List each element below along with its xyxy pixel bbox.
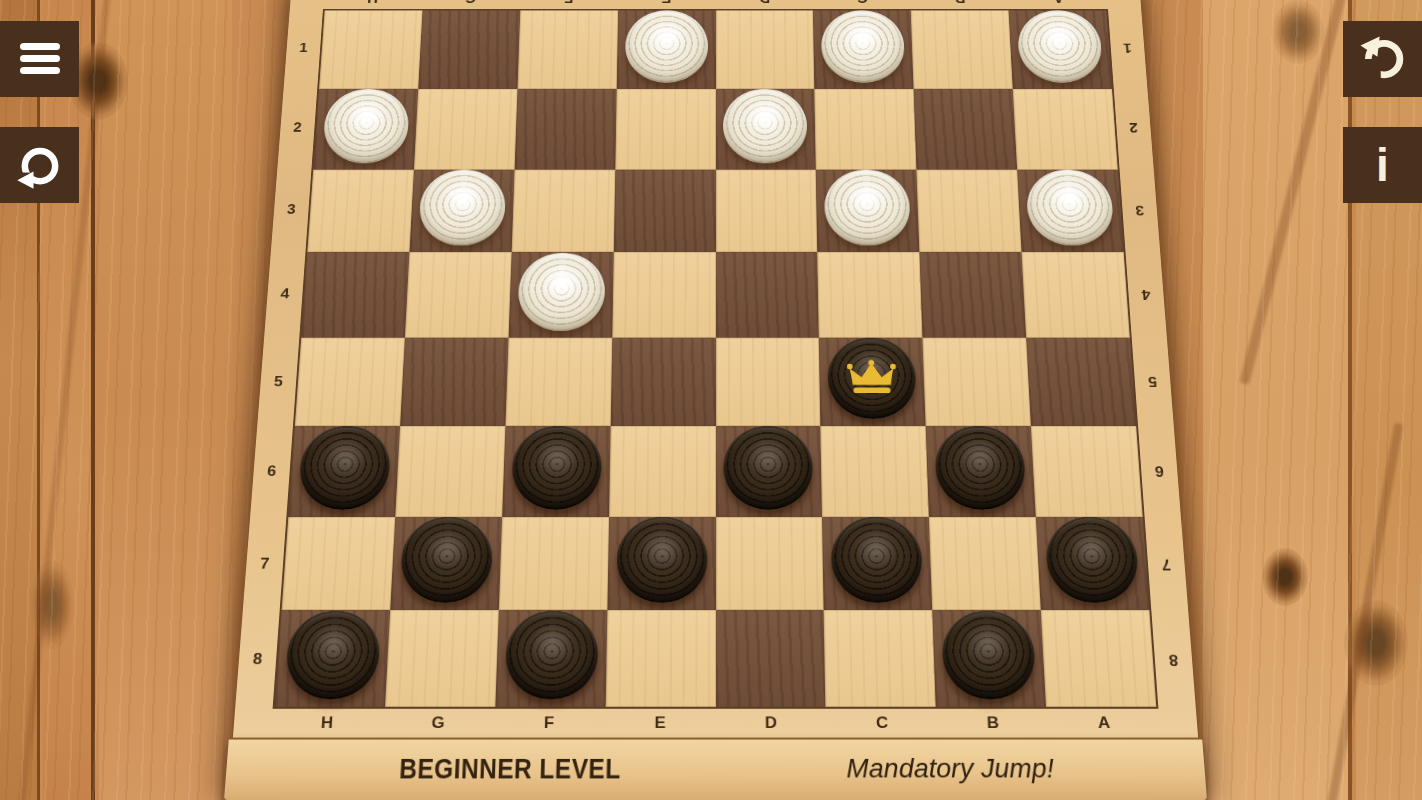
square-A8	[1041, 610, 1156, 707]
white-piece-C1[interactable]	[821, 11, 906, 83]
square-B3	[917, 169, 1022, 252]
square-A6	[1031, 426, 1143, 517]
square-H3	[307, 169, 414, 252]
square-H8[interactable]	[275, 610, 390, 707]
col-label-top-D: D	[716, 0, 814, 9]
row-label-right-5: 5	[1132, 338, 1174, 427]
white-piece-F4[interactable]	[517, 253, 605, 332]
square-E5[interactable]	[610, 338, 715, 426]
info-icon: i	[1376, 142, 1389, 188]
col-label-top-A: A	[1009, 0, 1108, 9]
square-C8	[824, 610, 936, 707]
square-E2	[615, 89, 716, 170]
board-frame: HGFEDCBA HGFEDCBA 12345678 12345678 BEGI…	[228, 0, 1203, 800]
black-piece-C7[interactable]	[831, 517, 924, 603]
square-B2[interactable]	[914, 89, 1017, 170]
square-F1	[517, 10, 618, 88]
square-F5	[505, 338, 612, 426]
row-label-right-7: 7	[1145, 517, 1189, 611]
checkers-board: HGFEDCBA HGFEDCBA 12345678 12345678 BEGI…	[228, 0, 1203, 800]
square-G1[interactable]	[418, 10, 520, 88]
col-label-bottom-D: D	[716, 709, 827, 738]
black-piece-B6[interactable]	[934, 426, 1027, 509]
square-B6[interactable]	[926, 426, 1036, 517]
square-C5[interactable]	[819, 338, 926, 426]
square-F3	[511, 169, 615, 252]
square-D3	[716, 169, 818, 252]
square-E8	[605, 610, 715, 707]
info-button[interactable]: i	[1343, 127, 1422, 203]
square-F4[interactable]	[508, 252, 613, 337]
square-G4	[405, 252, 512, 337]
black-piece-A7[interactable]	[1044, 517, 1140, 603]
square-H1	[319, 10, 422, 88]
black-piece-B8[interactable]	[941, 611, 1037, 700]
col-label-top-G: G	[421, 0, 520, 9]
column-labels-bottom: HGFEDCBA	[270, 709, 1160, 738]
square-C1[interactable]	[813, 10, 914, 88]
restart-button[interactable]	[0, 127, 79, 203]
square-A1[interactable]	[1009, 10, 1112, 88]
square-D8[interactable]	[716, 610, 826, 707]
square-G5[interactable]	[400, 338, 508, 426]
square-B8[interactable]	[932, 610, 1046, 707]
col-label-top-B: B	[911, 0, 1010, 9]
column-labels-top: HGFEDCBA	[323, 0, 1108, 9]
white-piece-H2[interactable]	[322, 89, 410, 163]
square-G7[interactable]	[390, 517, 502, 611]
white-piece-A1[interactable]	[1016, 11, 1103, 83]
undo-arrow-icon	[1356, 32, 1410, 86]
square-H5	[295, 338, 405, 426]
square-E7[interactable]	[607, 517, 715, 611]
col-label-top-H: H	[323, 0, 422, 9]
row-label-right-4: 4	[1126, 252, 1167, 338]
white-piece-D2[interactable]	[723, 89, 807, 163]
level-label: BEGINNER LEVEL	[360, 753, 660, 785]
square-F6[interactable]	[502, 426, 610, 517]
square-H7	[282, 517, 396, 611]
square-F8[interactable]	[495, 610, 607, 707]
black-piece-F6[interactable]	[511, 426, 602, 509]
black-piece-H6[interactable]	[297, 426, 391, 509]
square-D7	[716, 517, 824, 611]
square-D4[interactable]	[716, 252, 820, 337]
row-label-left-1: 1	[284, 9, 323, 88]
square-A4	[1022, 252, 1130, 337]
square-B5	[923, 338, 1031, 426]
square-F7	[499, 517, 609, 611]
row-label-right-1: 1	[1108, 9, 1147, 88]
menu-button[interactable]	[0, 21, 79, 97]
square-B1	[911, 10, 1013, 88]
square-C6	[821, 426, 929, 517]
col-label-bottom-A: A	[1048, 709, 1161, 738]
square-G3[interactable]	[409, 169, 514, 252]
black-piece-H8[interactable]	[284, 611, 381, 700]
restart-circular-arrow-icon	[14, 139, 66, 191]
square-G6	[395, 426, 505, 517]
white-piece-C3[interactable]	[824, 170, 911, 246]
square-D6[interactable]	[716, 426, 823, 517]
square-F2[interactable]	[514, 89, 616, 170]
square-C7[interactable]	[822, 517, 932, 611]
square-B7	[929, 517, 1041, 611]
square-B4[interactable]	[920, 252, 1027, 337]
board-front-edge: BEGINNER LEVEL Mandatory Jump!	[224, 738, 1207, 800]
square-A3[interactable]	[1017, 169, 1124, 252]
square-D5	[716, 338, 821, 426]
black-piece-E7[interactable]	[616, 517, 707, 603]
square-A7[interactable]	[1036, 517, 1150, 611]
square-H4[interactable]	[301, 252, 409, 337]
square-G8	[385, 610, 499, 707]
board-grid	[273, 9, 1159, 709]
row-label-right-6: 6	[1138, 426, 1181, 517]
square-D1	[716, 10, 815, 88]
col-label-top-F: F	[519, 0, 618, 9]
col-label-bottom-E: E	[604, 709, 715, 738]
col-label-bottom-G: G	[382, 709, 494, 738]
square-C3[interactable]	[816, 169, 920, 252]
square-H6[interactable]	[288, 426, 400, 517]
square-D2[interactable]	[716, 89, 817, 170]
col-label-bottom-F: F	[493, 709, 605, 738]
hamburger-icon	[18, 41, 62, 77]
white-piece-E1[interactable]	[624, 11, 707, 83]
square-A2	[1013, 89, 1118, 170]
square-E4	[612, 252, 716, 337]
black-king-piece-C5[interactable]	[827, 338, 917, 419]
square-E6	[609, 426, 716, 517]
status-message: Mandatory Jump!	[774, 754, 1127, 784]
black-piece-G7[interactable]	[399, 517, 493, 603]
row-label-right-2: 2	[1114, 88, 1154, 169]
undo-button[interactable]	[1343, 21, 1422, 97]
col-label-top-E: E	[617, 0, 715, 9]
col-label-bottom-H: H	[270, 709, 383, 738]
white-piece-A3[interactable]	[1025, 170, 1115, 246]
row-label-right-3: 3	[1119, 168, 1160, 251]
row-label-right-8: 8	[1151, 612, 1195, 709]
square-E1[interactable]	[616, 10, 715, 88]
col-label-bottom-C: C	[826, 709, 938, 738]
king-crown-icon	[847, 359, 897, 396]
square-A5[interactable]	[1026, 338, 1136, 426]
white-piece-G3[interactable]	[418, 170, 506, 246]
square-C2	[815, 89, 917, 170]
col-label-bottom-B: B	[937, 709, 1049, 738]
col-label-top-C: C	[813, 0, 912, 9]
square-C4	[818, 252, 923, 337]
black-piece-D6[interactable]	[724, 426, 814, 509]
black-piece-F8[interactable]	[504, 611, 598, 700]
square-E3[interactable]	[613, 169, 715, 252]
square-H2[interactable]	[313, 89, 418, 170]
square-G2	[414, 89, 517, 170]
